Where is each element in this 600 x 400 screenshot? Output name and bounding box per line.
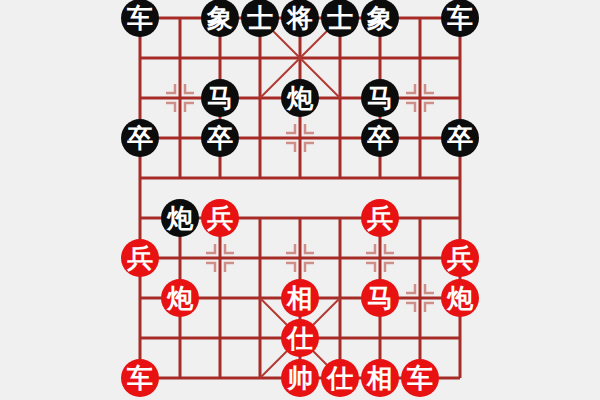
red-elephant[interactable]: 相 — [281, 279, 319, 317]
black-elephant[interactable]: 象 — [201, 0, 239, 37]
red-chariot[interactable]: 车 — [401, 359, 439, 397]
black-elephant[interactable]: 象 — [361, 0, 399, 37]
red-general[interactable]: 帅 — [281, 359, 319, 397]
black-advisor[interactable]: 士 — [321, 0, 359, 37]
xiangqi-board-screen: 车象士将士象车马炮马卒卒卒卒炮兵兵兵兵炮相马炮仕车帅仕相车 — [0, 0, 600, 400]
black-soldier[interactable]: 卒 — [441, 119, 479, 157]
black-advisor[interactable]: 士 — [241, 0, 279, 37]
red-soldier[interactable]: 兵 — [441, 239, 479, 277]
red-advisor[interactable]: 仕 — [321, 359, 359, 397]
red-horse[interactable]: 马 — [361, 279, 399, 317]
black-soldier[interactable]: 卒 — [361, 119, 399, 157]
red-chariot[interactable]: 车 — [121, 359, 159, 397]
red-soldier[interactable]: 兵 — [361, 199, 399, 237]
black-chariot[interactable]: 车 — [121, 0, 159, 37]
red-soldier[interactable]: 兵 — [121, 239, 159, 277]
black-horse[interactable]: 马 — [361, 79, 399, 117]
black-soldier[interactable]: 卒 — [201, 119, 239, 157]
black-general[interactable]: 将 — [281, 0, 319, 37]
black-cannon[interactable]: 炮 — [161, 199, 199, 237]
red-elephant[interactable]: 相 — [361, 359, 399, 397]
black-chariot[interactable]: 车 — [441, 0, 479, 37]
black-soldier[interactable]: 卒 — [121, 119, 159, 157]
red-cannon[interactable]: 炮 — [441, 279, 479, 317]
black-cannon[interactable]: 炮 — [281, 79, 319, 117]
red-soldier[interactable]: 兵 — [201, 199, 239, 237]
board-pieces: 车象士将士象车马炮马卒卒卒卒炮兵兵兵兵炮相马炮仕车帅仕相车 — [120, 0, 480, 398]
red-advisor[interactable]: 仕 — [281, 319, 319, 357]
red-cannon[interactable]: 炮 — [161, 279, 199, 317]
black-horse[interactable]: 马 — [201, 79, 239, 117]
